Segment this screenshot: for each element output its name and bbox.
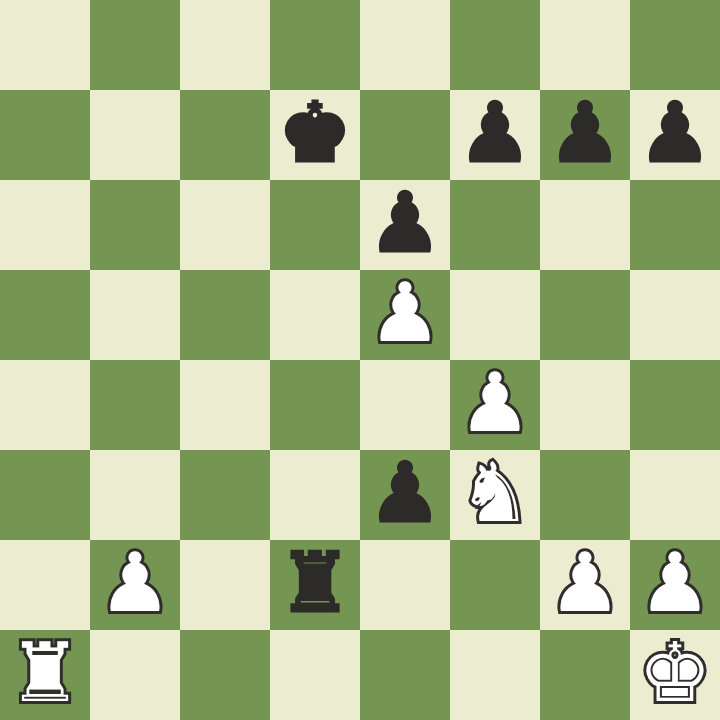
square-a3[interactable]	[0, 450, 90, 540]
square-e4[interactable]	[360, 360, 450, 450]
square-f8[interactable]	[450, 0, 540, 90]
square-b3[interactable]	[90, 450, 180, 540]
piece-black-pawn[interactable]: ♟	[638, 88, 712, 178]
square-h1[interactable]: ♚	[630, 630, 720, 720]
square-b8[interactable]	[90, 0, 180, 90]
square-h2[interactable]: ♟	[630, 540, 720, 630]
square-b2[interactable]: ♟	[90, 540, 180, 630]
square-g4[interactable]	[540, 360, 630, 450]
square-f1[interactable]	[450, 630, 540, 720]
square-f4[interactable]: ♟	[450, 360, 540, 450]
square-e3[interactable]: ♟	[360, 450, 450, 540]
square-f2[interactable]	[450, 540, 540, 630]
piece-white-pawn[interactable]: ♟	[98, 538, 172, 628]
square-g6[interactable]	[540, 180, 630, 270]
square-e8[interactable]	[360, 0, 450, 90]
piece-white-pawn[interactable]: ♟	[368, 268, 442, 358]
square-c5[interactable]	[180, 270, 270, 360]
square-c7[interactable]	[180, 90, 270, 180]
square-d6[interactable]	[270, 180, 360, 270]
square-g7[interactable]: ♟	[540, 90, 630, 180]
piece-black-pawn[interactable]: ♟	[548, 88, 622, 178]
square-b4[interactable]	[90, 360, 180, 450]
square-b1[interactable]	[90, 630, 180, 720]
piece-black-pawn[interactable]: ♟	[458, 88, 532, 178]
square-h3[interactable]	[630, 450, 720, 540]
square-h6[interactable]	[630, 180, 720, 270]
square-d4[interactable]	[270, 360, 360, 450]
square-d3[interactable]	[270, 450, 360, 540]
square-b5[interactable]	[90, 270, 180, 360]
square-a4[interactable]	[0, 360, 90, 450]
square-f3[interactable]: ♞	[450, 450, 540, 540]
square-g8[interactable]	[540, 0, 630, 90]
square-d5[interactable]	[270, 270, 360, 360]
square-c3[interactable]	[180, 450, 270, 540]
square-f6[interactable]	[450, 180, 540, 270]
piece-black-pawn[interactable]: ♟	[368, 178, 442, 268]
square-f7[interactable]: ♟	[450, 90, 540, 180]
square-a2[interactable]	[0, 540, 90, 630]
piece-white-knight[interactable]: ♞	[458, 448, 532, 538]
square-e2[interactable]	[360, 540, 450, 630]
piece-white-pawn[interactable]: ♟	[548, 538, 622, 628]
square-e6[interactable]: ♟	[360, 180, 450, 270]
chess-board[interactable]: ♚♟♟♟♟♟♟♟♞♟♜♟♟♜♚	[0, 0, 720, 720]
square-f5[interactable]	[450, 270, 540, 360]
square-g5[interactable]	[540, 270, 630, 360]
square-h4[interactable]	[630, 360, 720, 450]
square-d7[interactable]: ♚	[270, 90, 360, 180]
square-b7[interactable]	[90, 90, 180, 180]
piece-black-pawn[interactable]: ♟	[368, 448, 442, 538]
piece-black-king[interactable]: ♚	[278, 88, 352, 178]
square-c4[interactable]	[180, 360, 270, 450]
square-a5[interactable]	[0, 270, 90, 360]
piece-black-rook[interactable]: ♜	[278, 538, 352, 628]
square-d2[interactable]: ♜	[270, 540, 360, 630]
square-c6[interactable]	[180, 180, 270, 270]
square-a6[interactable]	[0, 180, 90, 270]
square-d1[interactable]	[270, 630, 360, 720]
square-e1[interactable]	[360, 630, 450, 720]
square-g3[interactable]	[540, 450, 630, 540]
square-g2[interactable]: ♟	[540, 540, 630, 630]
square-d8[interactable]	[270, 0, 360, 90]
piece-white-rook[interactable]: ♜	[8, 628, 82, 718]
square-e7[interactable]	[360, 90, 450, 180]
square-h5[interactable]	[630, 270, 720, 360]
square-g1[interactable]	[540, 630, 630, 720]
square-a1[interactable]: ♜	[0, 630, 90, 720]
square-c8[interactable]	[180, 0, 270, 90]
square-e5[interactable]: ♟	[360, 270, 450, 360]
piece-white-king[interactable]: ♚	[638, 628, 712, 718]
square-h8[interactable]	[630, 0, 720, 90]
square-h7[interactable]: ♟	[630, 90, 720, 180]
piece-white-pawn[interactable]: ♟	[458, 358, 532, 448]
square-a8[interactable]	[0, 0, 90, 90]
square-c2[interactable]	[180, 540, 270, 630]
piece-white-pawn[interactable]: ♟	[638, 538, 712, 628]
square-a7[interactable]	[0, 90, 90, 180]
square-c1[interactable]	[180, 630, 270, 720]
square-b6[interactable]	[90, 180, 180, 270]
